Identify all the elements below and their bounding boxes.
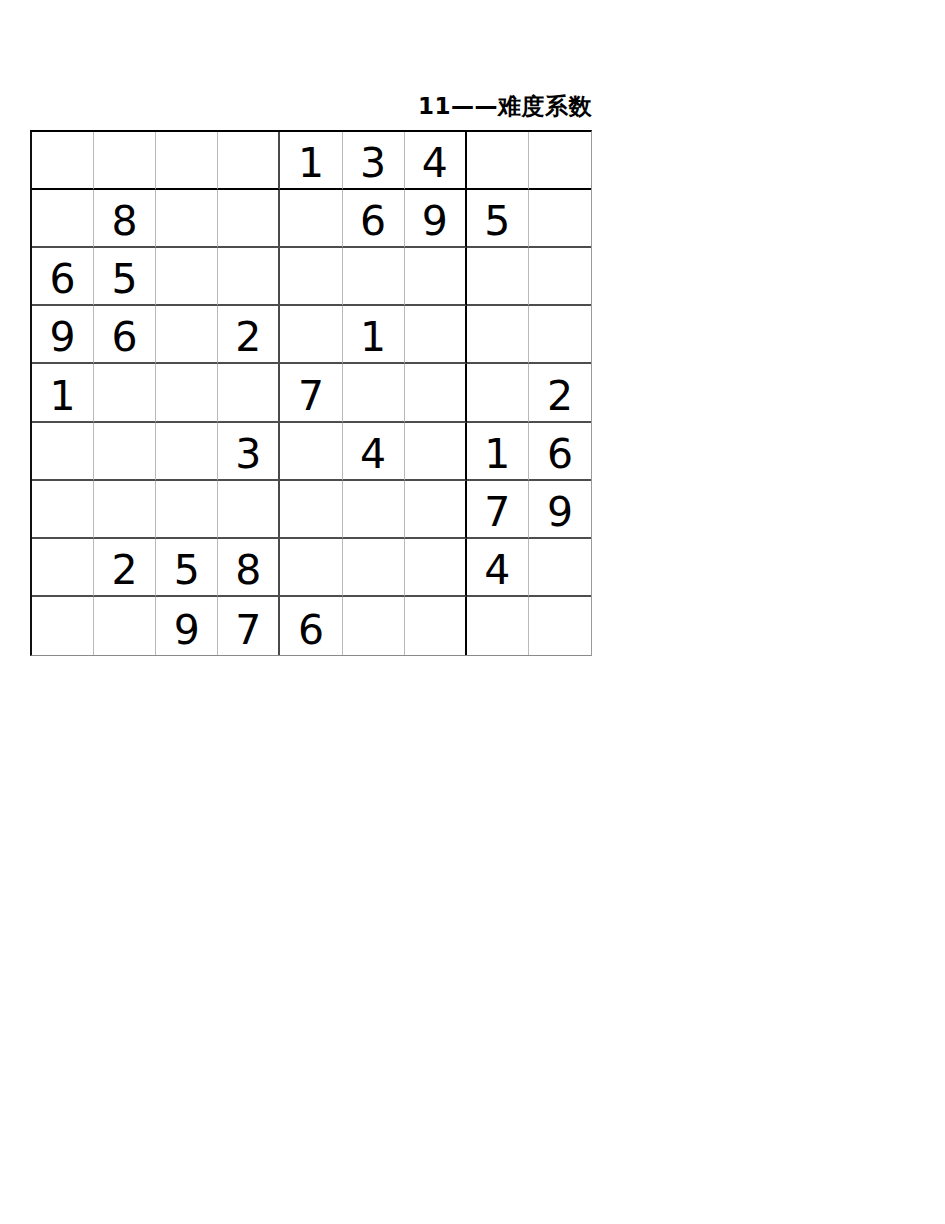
cell-r4c5-empty [280, 306, 342, 364]
worksheet-page: 11——难度系数 13486956596211723416792584976 [0, 0, 945, 1224]
cell-r1c1-empty [32, 132, 94, 190]
cell-r2c8-given-5: 5 [467, 190, 529, 248]
cell-r4c9-empty [529, 306, 591, 364]
cell-r5c6-empty [343, 364, 405, 422]
cell-r7c2-empty [94, 481, 156, 539]
cell-r1c8-empty [467, 132, 529, 190]
cell-r3c9-empty [529, 248, 591, 306]
cell-r1c3-empty [156, 132, 218, 190]
cell-r2c4-empty [218, 190, 280, 248]
cell-r7c5-empty [280, 481, 342, 539]
cell-r5c8-empty [467, 364, 529, 422]
cell-r3c1-given-6: 6 [32, 248, 94, 306]
cell-r1c2-empty [94, 132, 156, 190]
cell-r6c3-empty [156, 423, 218, 481]
cell-r9c6-empty [343, 597, 405, 655]
cell-r2c7-given-9: 9 [405, 190, 467, 248]
cell-r2c5-empty [280, 190, 342, 248]
cell-r9c8-empty [467, 597, 529, 655]
cell-r6c2-empty [94, 423, 156, 481]
cell-r3c5-empty [280, 248, 342, 306]
cell-r3c8-empty [467, 248, 529, 306]
cell-r8c8-given-4: 4 [467, 539, 529, 597]
cell-r5c5-given-7: 7 [280, 364, 342, 422]
puzzle-title: 11——难度系数 [30, 91, 592, 122]
cell-r8c2-given-2: 2 [94, 539, 156, 597]
cell-r7c8-given-7: 7 [467, 481, 529, 539]
cell-r9c7-empty [405, 597, 467, 655]
cell-r6c6-given-4: 4 [343, 423, 405, 481]
cell-r2c3-empty [156, 190, 218, 248]
cell-r8c1-empty [32, 539, 94, 597]
cell-r3c3-empty [156, 248, 218, 306]
cell-r9c3-given-9: 9 [156, 597, 218, 655]
cell-r5c7-empty [405, 364, 467, 422]
sudoku-board: 13486956596211723416792584976 [30, 130, 592, 656]
cell-r5c1-given-1: 1 [32, 364, 94, 422]
cell-r9c1-empty [32, 597, 94, 655]
cell-r1c9-empty [529, 132, 591, 190]
cell-r6c1-empty [32, 423, 94, 481]
cell-r7c7-empty [405, 481, 467, 539]
cell-r2c1-empty [32, 190, 94, 248]
cell-r2c6-given-6: 6 [343, 190, 405, 248]
cell-r4c3-empty [156, 306, 218, 364]
cell-r8c6-empty [343, 539, 405, 597]
cell-r9c5-given-6: 6 [280, 597, 342, 655]
cell-r6c8-given-1: 1 [467, 423, 529, 481]
cell-r6c5-empty [280, 423, 342, 481]
cell-r2c9-empty [529, 190, 591, 248]
cell-r8c9-empty [529, 539, 591, 597]
cell-r7c9-given-9: 9 [529, 481, 591, 539]
cell-r9c2-empty [94, 597, 156, 655]
cell-r9c9-empty [529, 597, 591, 655]
cell-r1c6-given-3: 3 [343, 132, 405, 190]
cell-r6c9-given-6: 6 [529, 423, 591, 481]
cell-r8c7-empty [405, 539, 467, 597]
cell-r5c4-empty [218, 364, 280, 422]
cell-r5c2-empty [94, 364, 156, 422]
cell-r5c9-given-2: 2 [529, 364, 591, 422]
cell-r1c4-empty [218, 132, 280, 190]
cell-r6c7-empty [405, 423, 467, 481]
cell-r1c5-given-1: 1 [280, 132, 342, 190]
cell-r3c7-empty [405, 248, 467, 306]
cell-r4c4-given-2: 2 [218, 306, 280, 364]
cell-r1c7-given-4: 4 [405, 132, 467, 190]
cell-r8c3-given-5: 5 [156, 539, 218, 597]
cell-r8c5-empty [280, 539, 342, 597]
cell-r3c6-empty [343, 248, 405, 306]
cell-r7c3-empty [156, 481, 218, 539]
cell-r6c4-given-3: 3 [218, 423, 280, 481]
cell-r8c4-given-8: 8 [218, 539, 280, 597]
cell-r2c2-given-8: 8 [94, 190, 156, 248]
cell-r4c6-given-1: 1 [343, 306, 405, 364]
cell-r7c4-empty [218, 481, 280, 539]
cell-r4c1-given-9: 9 [32, 306, 94, 364]
cell-r7c6-empty [343, 481, 405, 539]
cell-r4c8-empty [467, 306, 529, 364]
cell-r4c7-empty [405, 306, 467, 364]
cell-r3c4-empty [218, 248, 280, 306]
cell-r4c2-given-6: 6 [94, 306, 156, 364]
cell-r9c4-given-7: 7 [218, 597, 280, 655]
cell-r7c1-empty [32, 481, 94, 539]
cell-r5c3-empty [156, 364, 218, 422]
cell-r3c2-given-5: 5 [94, 248, 156, 306]
